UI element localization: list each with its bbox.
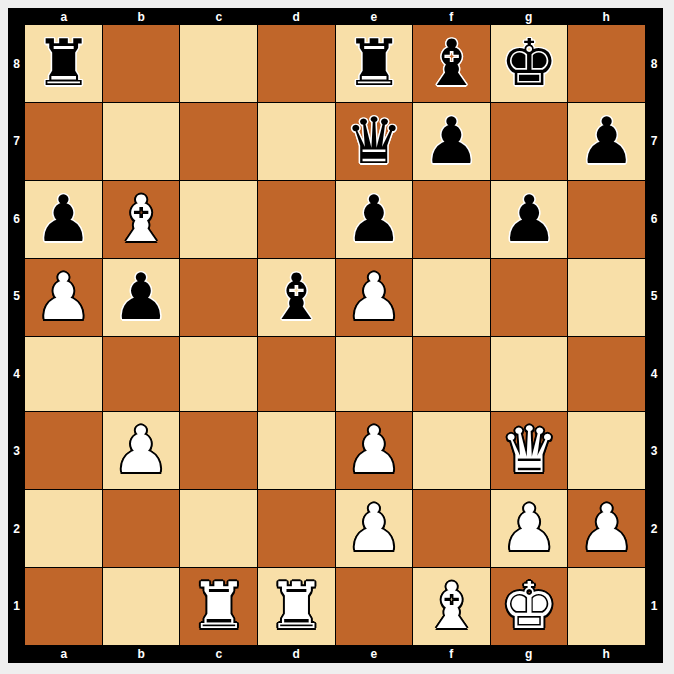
square-e7[interactable]: ♛: [336, 103, 413, 180]
square-b2[interactable]: [103, 490, 180, 567]
square-d6[interactable]: [258, 181, 335, 258]
square-b6[interactable]: ♝: [103, 181, 180, 258]
piece-black-pawn: ♟: [423, 103, 480, 180]
square-a2[interactable]: [25, 490, 102, 567]
square-f6[interactable]: [413, 181, 490, 258]
file-labels-bottom: abcdefgh: [25, 645, 645, 663]
square-g6[interactable]: ♟: [491, 181, 568, 258]
square-e8[interactable]: ♜: [336, 25, 413, 102]
square-b5[interactable]: ♟: [103, 259, 180, 336]
rank-label-1: 1: [651, 600, 658, 612]
square-g1[interactable]: ♚: [491, 568, 568, 645]
chessboard: ♜♜♝♚♛♟♟♟♝♟♟♟♟♝♟♟♟♛♟♟♟♜♜♝♚: [25, 25, 645, 645]
piece-white-pawn: ♟: [112, 412, 169, 489]
rank-label-3: 3: [13, 445, 20, 457]
rank-label-6: 6: [651, 213, 658, 225]
square-h3[interactable]: [568, 412, 645, 489]
square-h1[interactable]: [568, 568, 645, 645]
rank-label-2: 2: [13, 523, 20, 535]
file-label-f: f: [449, 648, 453, 660]
piece-black-queen: ♛: [345, 103, 402, 180]
file-label-e: e: [370, 11, 377, 23]
piece-black-bishop: ♝: [268, 259, 325, 336]
piece-black-rook: ♜: [35, 25, 92, 102]
square-a6[interactable]: ♟: [25, 181, 102, 258]
rank-label-3: 3: [651, 445, 658, 457]
square-e1[interactable]: [336, 568, 413, 645]
square-h2[interactable]: ♟: [568, 490, 645, 567]
rank-labels-left: 87654321: [8, 25, 25, 645]
square-h8[interactable]: [568, 25, 645, 102]
piece-white-pawn: ♟: [345, 412, 402, 489]
piece-black-pawn: ♟: [345, 181, 402, 258]
square-e4[interactable]: [336, 337, 413, 411]
square-g3[interactable]: ♛: [491, 412, 568, 489]
piece-white-queen: ♛: [500, 412, 557, 489]
square-c1[interactable]: ♜: [180, 568, 257, 645]
rank-label-5: 5: [13, 290, 20, 302]
rank-label-8: 8: [651, 58, 658, 70]
piece-white-pawn: ♟: [35, 259, 92, 336]
square-g4[interactable]: [491, 337, 568, 411]
square-h7[interactable]: ♟: [568, 103, 645, 180]
file-label-d: d: [293, 648, 300, 660]
file-label-b: b: [138, 648, 145, 660]
piece-white-rook: ♜: [190, 568, 247, 645]
square-a5[interactable]: ♟: [25, 259, 102, 336]
rank-label-8: 8: [13, 58, 20, 70]
square-f2[interactable]: [413, 490, 490, 567]
piece-black-pawn: ♟: [500, 181, 557, 258]
rank-label-6: 6: [13, 213, 20, 225]
square-g7[interactable]: [491, 103, 568, 180]
rank-label-7: 7: [651, 135, 658, 147]
square-h6[interactable]: [568, 181, 645, 258]
square-f8[interactable]: ♝: [413, 25, 490, 102]
square-d2[interactable]: [258, 490, 335, 567]
rank-label-4: 4: [13, 368, 20, 380]
square-c2[interactable]: [180, 490, 257, 567]
page-background: abcdefgh 87654321 ♜♜♝♚♛♟♟♟♝♟♟♟♟♝♟♟♟♛♟♟♟♜…: [0, 0, 674, 674]
square-d4[interactable]: [258, 337, 335, 411]
piece-black-bishop: ♝: [423, 25, 480, 102]
square-c8[interactable]: [180, 25, 257, 102]
piece-white-pawn: ♟: [345, 259, 402, 336]
square-h4[interactable]: [568, 337, 645, 411]
piece-white-bishop: ♝: [112, 181, 169, 258]
file-label-a: a: [60, 648, 67, 660]
piece-white-king: ♚: [500, 568, 557, 645]
square-f3[interactable]: [413, 412, 490, 489]
file-label-g: g: [525, 648, 532, 660]
square-a1[interactable]: [25, 568, 102, 645]
square-b7[interactable]: [103, 103, 180, 180]
piece-black-pawn: ♟: [35, 181, 92, 258]
square-d5[interactable]: ♝: [258, 259, 335, 336]
file-label-h: h: [603, 11, 610, 23]
square-a8[interactable]: ♜: [25, 25, 102, 102]
file-label-f: f: [449, 11, 453, 23]
rank-label-2: 2: [651, 523, 658, 535]
square-a3[interactable]: [25, 412, 102, 489]
file-label-a: a: [60, 11, 67, 23]
piece-black-king: ♚: [500, 25, 557, 102]
piece-white-rook: ♜: [268, 568, 325, 645]
rank-label-7: 7: [13, 135, 20, 147]
piece-white-bishop: ♝: [423, 568, 480, 645]
rank-label-1: 1: [13, 600, 20, 612]
file-label-e: e: [370, 648, 377, 660]
file-label-c: c: [215, 11, 222, 23]
square-a7[interactable]: [25, 103, 102, 180]
piece-white-pawn: ♟: [345, 490, 402, 567]
piece-white-pawn: ♟: [578, 490, 635, 567]
square-b4[interactable]: [103, 337, 180, 411]
chessboard-frame: abcdefgh 87654321 ♜♜♝♚♛♟♟♟♝♟♟♟♟♝♟♟♟♛♟♟♟♜…: [8, 8, 663, 663]
piece-black-pawn: ♟: [578, 103, 635, 180]
file-label-d: d: [293, 11, 300, 23]
file-label-h: h: [603, 648, 610, 660]
square-b3[interactable]: ♟: [103, 412, 180, 489]
square-e2[interactable]: ♟: [336, 490, 413, 567]
square-g8[interactable]: ♚: [491, 25, 568, 102]
square-d3[interactable]: [258, 412, 335, 489]
piece-white-pawn: ♟: [500, 490, 557, 567]
file-labels-top: abcdefgh: [25, 8, 645, 25]
file-label-g: g: [525, 11, 532, 23]
square-f5[interactable]: [413, 259, 490, 336]
square-d1[interactable]: ♜: [258, 568, 335, 645]
square-c6[interactable]: [180, 181, 257, 258]
square-b1[interactable]: [103, 568, 180, 645]
square-c4[interactable]: [180, 337, 257, 411]
square-d8[interactable]: [258, 25, 335, 102]
piece-black-pawn: ♟: [112, 259, 169, 336]
file-label-c: c: [215, 648, 222, 660]
square-f7[interactable]: ♟: [413, 103, 490, 180]
rank-label-5: 5: [651, 290, 658, 302]
rank-labels-right: 87654321: [645, 25, 663, 645]
square-f4[interactable]: [413, 337, 490, 411]
square-e3[interactable]: ♟: [336, 412, 413, 489]
square-a4[interactable]: [25, 337, 102, 411]
square-g5[interactable]: [491, 259, 568, 336]
file-label-b: b: [138, 11, 145, 23]
square-c3[interactable]: [180, 412, 257, 489]
square-e5[interactable]: ♟: [336, 259, 413, 336]
square-g2[interactable]: ♟: [491, 490, 568, 567]
square-b8[interactable]: [103, 25, 180, 102]
square-d7[interactable]: [258, 103, 335, 180]
square-c7[interactable]: [180, 103, 257, 180]
square-f1[interactable]: ♝: [413, 568, 490, 645]
square-h5[interactable]: [568, 259, 645, 336]
square-c5[interactable]: [180, 259, 257, 336]
rank-label-4: 4: [651, 368, 658, 380]
square-e6[interactable]: ♟: [336, 181, 413, 258]
piece-black-rook: ♜: [345, 25, 402, 102]
